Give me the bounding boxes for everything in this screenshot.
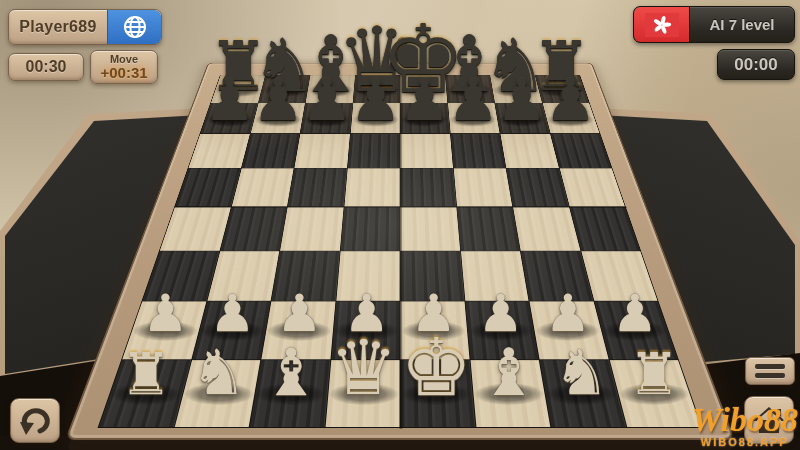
- piece-black-pawn-g7[interactable]: ♟: [496, 71, 548, 129]
- opponent-badge: AI 7 level: [633, 6, 795, 43]
- piece-white-pawn-b2[interactable]: ♟: [209, 288, 255, 339]
- square-a6[interactable]: [189, 134, 250, 168]
- piece-black-pawn-c7[interactable]: ♟: [301, 71, 353, 129]
- square-f4[interactable]: [457, 207, 520, 250]
- globe-icon[interactable]: [107, 10, 161, 44]
- square-d4[interactable]: [340, 207, 399, 250]
- piece-black-pawn-a7[interactable]: ♟: [204, 71, 256, 129]
- piece-white-knight-b1[interactable]: ♞: [191, 343, 247, 405]
- square-g6[interactable]: [500, 134, 558, 168]
- black-clock: 00:00: [717, 49, 795, 80]
- player-badge: Player689: [8, 9, 162, 45]
- piece-black-pawn-d7[interactable]: ♟: [350, 71, 402, 129]
- square-b5[interactable]: [231, 168, 293, 206]
- square-b4[interactable]: [220, 207, 287, 250]
- opponent-name: AI 7 level: [690, 7, 794, 42]
- square-c4[interactable]: [280, 207, 343, 250]
- square-d6[interactable]: [347, 134, 399, 168]
- menu-icon: [755, 364, 785, 369]
- hong-kong-flag-icon[interactable]: [634, 7, 690, 42]
- home-button[interactable]: [744, 396, 794, 444]
- square-c5[interactable]: [288, 168, 347, 206]
- home-icon: [752, 405, 786, 435]
- piece-white-pawn-h2[interactable]: ♟: [612, 288, 658, 339]
- menu-button[interactable]: [745, 357, 795, 385]
- piece-black-pawn-h7[interactable]: ♟: [545, 71, 597, 129]
- flag-glyph: [645, 13, 679, 37]
- square-d5[interactable]: [344, 168, 400, 206]
- piece-black-pawn-b7[interactable]: ♟: [252, 71, 304, 129]
- square-a5[interactable]: [175, 168, 241, 206]
- game-screen: ♜♞♝♛♚♝♞♜♟♟♟♟♟♟♟♟♟♟♟♟♟♟♟♟♜♞♝♛♚♝♞♜ Player6…: [0, 0, 800, 450]
- piece-white-rook-h1[interactable]: ♜: [628, 346, 680, 403]
- square-e4[interactable]: [400, 207, 459, 250]
- piece-white-pawn-g2[interactable]: ♟: [545, 288, 591, 339]
- piece-white-queen-d1[interactable]: ♛: [330, 332, 398, 408]
- square-f6[interactable]: [450, 134, 505, 168]
- square-e6[interactable]: [400, 134, 452, 168]
- white-clock: 00:30: [8, 53, 84, 81]
- piece-white-rook-a1[interactable]: ♜: [120, 346, 172, 403]
- menu-icon: [755, 373, 785, 378]
- piece-black-pawn-e7[interactable]: ♟: [398, 71, 450, 129]
- undo-button[interactable]: [10, 398, 60, 443]
- piece-white-pawn-a2[interactable]: ♟: [142, 288, 188, 339]
- player-name: Player689: [9, 10, 107, 44]
- move-timer-value: +00:31: [100, 65, 147, 81]
- square-g5[interactable]: [506, 168, 568, 206]
- piece-white-pawn-c2[interactable]: ♟: [276, 288, 322, 339]
- square-f5[interactable]: [453, 168, 512, 206]
- piece-black-pawn-f7[interactable]: ♟: [447, 71, 499, 129]
- move-timer-label: Move: [110, 54, 138, 65]
- piece-white-bishop-f1[interactable]: ♝: [479, 340, 538, 405]
- piece-white-bishop-c1[interactable]: ♝: [262, 340, 321, 405]
- square-e5[interactable]: [400, 168, 456, 206]
- piece-white-king-e1[interactable]: ♚: [400, 329, 472, 409]
- square-c6[interactable]: [294, 134, 349, 168]
- move-timer: Move +00:31: [90, 50, 158, 84]
- square-b6[interactable]: [241, 134, 299, 168]
- undo-icon: [18, 406, 52, 436]
- square-h6[interactable]: [550, 134, 611, 168]
- square-g4[interactable]: [513, 207, 580, 250]
- piece-white-pawn-f2[interactable]: ♟: [478, 288, 524, 339]
- globe-glyph: [121, 13, 149, 41]
- piece-white-knight-g1[interactable]: ♞: [553, 343, 609, 405]
